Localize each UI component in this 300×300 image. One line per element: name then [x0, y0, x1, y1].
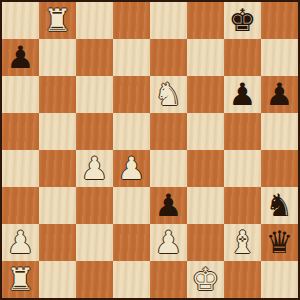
- square-d2[interactable]: [113, 224, 150, 261]
- black-pawn-piece[interactable]: ♟: [155, 187, 183, 224]
- square-c8[interactable]: [76, 2, 113, 39]
- square-e4[interactable]: [150, 150, 187, 187]
- square-a4[interactable]: [2, 150, 39, 187]
- square-g6[interactable]: ♟: [224, 76, 261, 113]
- square-h6[interactable]: ♟: [261, 76, 298, 113]
- square-b1[interactable]: [39, 261, 76, 298]
- square-b2[interactable]: [39, 224, 76, 261]
- black-pawn-piece[interactable]: ♟: [229, 76, 257, 113]
- square-g2[interactable]: ♝: [224, 224, 261, 261]
- square-b7[interactable]: [39, 39, 76, 76]
- square-e1[interactable]: [150, 261, 187, 298]
- white-pawn-piece[interactable]: ♟: [81, 150, 109, 187]
- square-f6[interactable]: [187, 76, 224, 113]
- white-bishop-piece[interactable]: ♝: [229, 224, 257, 261]
- square-h8[interactable]: [261, 2, 298, 39]
- square-h2[interactable]: ♛: [261, 224, 298, 261]
- square-f8[interactable]: [187, 2, 224, 39]
- square-h1[interactable]: [261, 261, 298, 298]
- square-a6[interactable]: [2, 76, 39, 113]
- square-g3[interactable]: [224, 187, 261, 224]
- square-b8[interactable]: ♜: [39, 2, 76, 39]
- square-f3[interactable]: [187, 187, 224, 224]
- black-king-piece[interactable]: ♚: [229, 2, 257, 39]
- square-h7[interactable]: [261, 39, 298, 76]
- square-g5[interactable]: [224, 113, 261, 150]
- square-a5[interactable]: [2, 113, 39, 150]
- square-d5[interactable]: [113, 113, 150, 150]
- square-e3[interactable]: ♟: [150, 187, 187, 224]
- white-pawn-piece[interactable]: ♟: [118, 150, 146, 187]
- square-g1[interactable]: [224, 261, 261, 298]
- square-d1[interactable]: [113, 261, 150, 298]
- square-e8[interactable]: [150, 2, 187, 39]
- square-d7[interactable]: [113, 39, 150, 76]
- square-c3[interactable]: [76, 187, 113, 224]
- square-b3[interactable]: [39, 187, 76, 224]
- square-e6[interactable]: ♞: [150, 76, 187, 113]
- square-a3[interactable]: [2, 187, 39, 224]
- square-h4[interactable]: [261, 150, 298, 187]
- square-a7[interactable]: ♟: [2, 39, 39, 76]
- square-f4[interactable]: [187, 150, 224, 187]
- square-g4[interactable]: [224, 150, 261, 187]
- white-pawn-piece[interactable]: ♟: [155, 224, 183, 261]
- white-knight-piece[interactable]: ♞: [155, 76, 183, 113]
- chessboard: ♜♚♟♞♟♟♟♟♟♞♟♟♝♛♜♚: [0, 0, 300, 300]
- black-pawn-piece[interactable]: ♟: [7, 39, 35, 76]
- square-f5[interactable]: [187, 113, 224, 150]
- white-king-piece[interactable]: ♚: [192, 261, 220, 298]
- square-a1[interactable]: ♜: [2, 261, 39, 298]
- white-pawn-piece[interactable]: ♟: [7, 224, 35, 261]
- square-f1[interactable]: ♚: [187, 261, 224, 298]
- square-d6[interactable]: [113, 76, 150, 113]
- square-b6[interactable]: [39, 76, 76, 113]
- square-c5[interactable]: [76, 113, 113, 150]
- square-h3[interactable]: ♞: [261, 187, 298, 224]
- square-c4[interactable]: ♟: [76, 150, 113, 187]
- square-e5[interactable]: [150, 113, 187, 150]
- black-queen-piece[interactable]: ♛: [266, 224, 294, 261]
- square-e2[interactable]: ♟: [150, 224, 187, 261]
- square-c6[interactable]: [76, 76, 113, 113]
- square-e7[interactable]: [150, 39, 187, 76]
- square-g8[interactable]: ♚: [224, 2, 261, 39]
- square-d8[interactable]: [113, 2, 150, 39]
- black-pawn-piece[interactable]: ♟: [266, 76, 294, 113]
- square-f7[interactable]: [187, 39, 224, 76]
- square-g7[interactable]: [224, 39, 261, 76]
- square-h5[interactable]: [261, 113, 298, 150]
- square-a2[interactable]: ♟: [2, 224, 39, 261]
- white-rook-piece[interactable]: ♜: [7, 261, 35, 298]
- chess-app-window: ♜♚♟♞♟♟♟♟♟♞♟♟♝♛♜♚: [0, 0, 300, 300]
- square-c2[interactable]: [76, 224, 113, 261]
- square-d3[interactable]: [113, 187, 150, 224]
- square-c1[interactable]: [76, 261, 113, 298]
- square-c7[interactable]: [76, 39, 113, 76]
- square-f2[interactable]: [187, 224, 224, 261]
- white-rook-piece[interactable]: ♜: [44, 2, 72, 39]
- square-a8[interactable]: [2, 2, 39, 39]
- square-b5[interactable]: [39, 113, 76, 150]
- square-b4[interactable]: [39, 150, 76, 187]
- black-knight-piece[interactable]: ♞: [266, 187, 294, 224]
- square-d4[interactable]: ♟: [113, 150, 150, 187]
